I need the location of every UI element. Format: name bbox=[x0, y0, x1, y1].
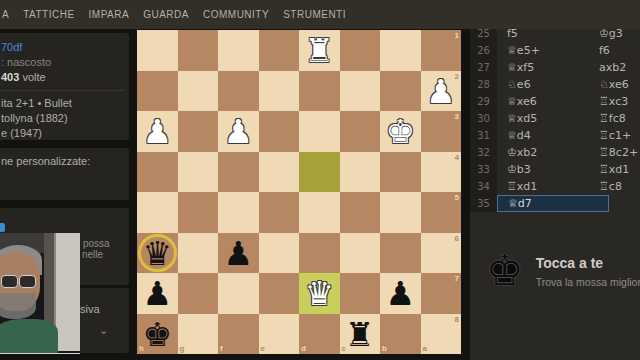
square-e3[interactable] bbox=[259, 111, 300, 152]
square-d5[interactable] bbox=[299, 192, 340, 233]
move-number: 35 bbox=[470, 195, 497, 212]
square-f4[interactable] bbox=[218, 152, 259, 193]
move-black[interactable]: ♔g3 bbox=[597, 29, 640, 42]
webcam-person-shirt bbox=[0, 319, 58, 354]
coord-file-h: h bbox=[139, 344, 144, 353]
black-pawn-icon: ♟ bbox=[137, 273, 178, 314]
white-rook-icon: ♜ bbox=[299, 30, 340, 71]
square-f5[interactable] bbox=[218, 192, 259, 233]
black-rook-icon: ♜ bbox=[340, 314, 381, 355]
coord-rank-7: 7 bbox=[455, 274, 459, 283]
square-a8[interactable]: 8a bbox=[421, 314, 462, 355]
square-f6[interactable]: ♟ bbox=[218, 233, 259, 274]
coord-file-e: e bbox=[261, 344, 265, 353]
plays-suffix: volte bbox=[19, 71, 45, 83]
move-black bbox=[609, 195, 640, 212]
coord-rank-6: 6 bbox=[455, 234, 459, 243]
square-f1[interactable] bbox=[218, 30, 259, 71]
square-c4[interactable] bbox=[340, 152, 381, 193]
square-a1[interactable]: 1 bbox=[421, 30, 462, 71]
coord-file-f: f bbox=[220, 344, 223, 353]
move-black[interactable]: ♖xd1 bbox=[597, 161, 640, 178]
move-black[interactable]: ♘xe6 bbox=[597, 76, 640, 93]
square-f8[interactable]: f bbox=[218, 314, 259, 355]
chevron-down-icon[interactable]: ⌄ bbox=[99, 324, 108, 337]
panel-divider bbox=[1, 90, 124, 91]
player-white[interactable]: tollyna (1882) bbox=[1, 111, 124, 126]
nav-item-a[interactable]: A bbox=[2, 9, 9, 20]
square-c8[interactable]: ♜c bbox=[340, 314, 381, 355]
square-f2[interactable] bbox=[218, 71, 259, 112]
square-c1[interactable] bbox=[340, 30, 381, 71]
custom-settings-panel: ne personalizzate: bbox=[0, 148, 129, 200]
nav-item-guarda[interactable]: GUARDA bbox=[143, 9, 189, 20]
move-row-32: 32♔xb2♖8c2+ bbox=[470, 144, 640, 161]
move-row-29: 29♕xe6♖xc3 bbox=[470, 93, 640, 110]
square-e5[interactable] bbox=[259, 192, 300, 233]
move-number: 28 bbox=[470, 76, 497, 93]
move-black[interactable]: f6 bbox=[597, 42, 640, 59]
square-a6[interactable]: 6 bbox=[421, 233, 462, 274]
coord-rank-8: 8 bbox=[455, 315, 459, 324]
square-b6[interactable] bbox=[380, 233, 421, 274]
square-d1[interactable]: ♜ bbox=[299, 30, 340, 71]
black-queen-icon: ♛ bbox=[137, 233, 178, 274]
square-a5[interactable]: 5 bbox=[421, 192, 462, 233]
square-a2[interactable]: ♟2 bbox=[421, 71, 462, 112]
move-number: 31 bbox=[470, 127, 497, 144]
dropdown-label-fragment: siva bbox=[80, 303, 100, 315]
webcam-person-glasses-right bbox=[19, 275, 36, 288]
square-h6[interactable]: ♛ bbox=[137, 233, 178, 274]
your-turn-title: Tocca a te bbox=[536, 255, 640, 271]
move-row-34: 34♖xd1♖c8 bbox=[470, 178, 640, 195]
square-a4[interactable]: 4 bbox=[421, 152, 462, 193]
flair-icon bbox=[0, 223, 5, 232]
webcam-person-beard bbox=[0, 293, 36, 319]
coord-file-d: d bbox=[301, 344, 306, 353]
your-turn-subtitle: Trova la mossa migliore pe bbox=[536, 276, 640, 288]
hint-circle-icon bbox=[138, 234, 177, 273]
square-g4[interactable] bbox=[178, 152, 219, 193]
square-d2[interactable] bbox=[299, 71, 340, 112]
nav-item-community[interactable]: COMMUNITY bbox=[203, 9, 269, 20]
coord-file-a: a bbox=[423, 344, 427, 353]
move-white[interactable]: ♘e6 bbox=[497, 76, 597, 93]
square-g7[interactable] bbox=[178, 273, 219, 314]
square-f3[interactable]: ♟ bbox=[218, 111, 259, 152]
black-king-icon: ♚ bbox=[486, 247, 524, 295]
square-b2[interactable] bbox=[380, 71, 421, 112]
move-number: 29 bbox=[470, 93, 497, 110]
move-black[interactable]: ♖8c2+ bbox=[597, 144, 640, 161]
square-h1[interactable] bbox=[137, 30, 178, 71]
square-e2[interactable] bbox=[259, 71, 300, 112]
square-g6[interactable] bbox=[178, 233, 219, 274]
black-king-icon: ♚ bbox=[137, 314, 178, 355]
move-row-35: 35♕d7 bbox=[470, 195, 640, 212]
square-d6[interactable] bbox=[299, 233, 340, 274]
square-d4[interactable] bbox=[299, 152, 340, 193]
custom-settings-label: ne personalizzate: bbox=[1, 155, 124, 167]
coord-rank-2: 2 bbox=[455, 72, 459, 81]
text-fragment-2: nelle bbox=[82, 249, 103, 260]
square-b5[interactable] bbox=[380, 192, 421, 233]
top-navbar: ATATTICHEIMPARAGUARDACOMMUNITYSTRUMENTI bbox=[0, 0, 640, 29]
coord-rank-4: 4 bbox=[455, 153, 459, 162]
square-a3[interactable]: 3 bbox=[421, 111, 462, 152]
square-b3[interactable]: ♚ bbox=[380, 111, 421, 152]
move-white[interactable]: ♕d4 bbox=[497, 127, 597, 144]
puzzle-id-link[interactable]: 70df bbox=[1, 41, 22, 53]
square-e1[interactable] bbox=[259, 30, 300, 71]
move-black[interactable]: ♖xc3 bbox=[597, 93, 640, 110]
move-list-panel: 25f5♔g326♕e5+f627♕xf5axb228♘e6♘xe629♕xe6… bbox=[470, 29, 640, 360]
square-g2[interactable] bbox=[178, 71, 219, 112]
square-h3[interactable]: ♟ bbox=[137, 111, 178, 152]
move-white[interactable]: ♕xd5 bbox=[497, 110, 597, 127]
square-c3[interactable] bbox=[340, 111, 381, 152]
move-white[interactable]: ♔xb2 bbox=[497, 144, 597, 161]
move-number: 26 bbox=[470, 42, 497, 59]
square-c5[interactable] bbox=[340, 192, 381, 233]
white-queen-icon: ♛ bbox=[299, 273, 340, 314]
white-king-icon: ♚ bbox=[380, 111, 421, 152]
move-number: 34 bbox=[470, 178, 497, 195]
move-number: 25 bbox=[470, 29, 497, 42]
square-g8[interactable]: g bbox=[178, 314, 219, 355]
move-black[interactable]: ♖fc8 bbox=[597, 110, 640, 127]
puzzle-plays-line: 403 volte bbox=[1, 70, 124, 85]
square-b4[interactable] bbox=[380, 152, 421, 193]
move-white-current[interactable]: ♕d7 bbox=[497, 195, 609, 212]
square-b7[interactable]: ♟ bbox=[380, 273, 421, 314]
nav-item-impara[interactable]: IMPARA bbox=[89, 9, 130, 20]
square-c7[interactable] bbox=[340, 273, 381, 314]
square-h4[interactable] bbox=[137, 152, 178, 193]
square-d7[interactable]: ♛ bbox=[299, 273, 340, 314]
move-row-25: 25f5♔g3 bbox=[470, 29, 640, 42]
square-g5[interactable] bbox=[178, 192, 219, 233]
move-white[interactable]: ♕xe6 bbox=[497, 93, 597, 110]
white-pawn-icon: ♟ bbox=[421, 71, 462, 112]
move-number: 32 bbox=[470, 144, 497, 161]
square-h8[interactable]: ♚h bbox=[137, 314, 178, 355]
player-black[interactable]: e (1947) bbox=[1, 126, 124, 141]
square-c2[interactable] bbox=[340, 71, 381, 112]
move-list: 25f5♔g326♕e5+f627♕xf5axb228♘e6♘xe629♕xe6… bbox=[470, 29, 640, 212]
white-pawn-icon: ♟ bbox=[137, 111, 178, 152]
move-row-28: 28♘e6♘xe6 bbox=[470, 76, 640, 93]
coord-file-b: b bbox=[382, 344, 387, 353]
nav-item-strumenti[interactable]: STRUMENTI bbox=[283, 9, 346, 20]
puzzle-rating-line: : nascosto bbox=[1, 55, 124, 70]
move-row-33: 33♔b3♖xd1 bbox=[470, 161, 640, 178]
square-e4[interactable] bbox=[259, 152, 300, 193]
square-a7[interactable]: 7 bbox=[421, 273, 462, 314]
coord-rank-5: 5 bbox=[455, 193, 459, 202]
nav-item-tattiche[interactable]: TATTICHE bbox=[23, 9, 74, 20]
square-d3[interactable] bbox=[299, 111, 340, 152]
square-b1[interactable] bbox=[380, 30, 421, 71]
move-black[interactable]: ♖c8 bbox=[597, 178, 640, 195]
move-number: 33 bbox=[470, 161, 497, 178]
square-h5[interactable] bbox=[137, 192, 178, 233]
square-d8[interactable]: d bbox=[299, 314, 340, 355]
square-g1[interactable] bbox=[178, 30, 219, 71]
move-number: 30 bbox=[470, 110, 497, 127]
coord-file-g: g bbox=[180, 344, 185, 353]
move-row-30: 30♕xd5♖fc8 bbox=[470, 110, 640, 127]
white-pawn-icon: ♟ bbox=[218, 111, 259, 152]
move-white[interactable]: ♖xd1 bbox=[497, 178, 597, 195]
chess-board: ♜1♟2♟♟♚345♛♟6♟♛♟7♚hgfed♜cb8a bbox=[137, 30, 461, 354]
your-turn-block: ♚ Tocca a te Trova la mossa migliore pe bbox=[486, 247, 640, 295]
move-row-26: 26♕e5+f6 bbox=[470, 42, 640, 59]
move-row-27: 27♕xf5axb2 bbox=[470, 59, 640, 76]
square-e8[interactable]: e bbox=[259, 314, 300, 355]
move-black[interactable]: axb2 bbox=[597, 59, 640, 76]
plays-count: 403 bbox=[1, 71, 19, 83]
move-white[interactable]: ♕e5+ bbox=[497, 42, 597, 59]
square-c6[interactable] bbox=[340, 233, 381, 274]
square-h7[interactable]: ♟ bbox=[137, 273, 178, 314]
square-g3[interactable] bbox=[178, 111, 219, 152]
move-white[interactable]: ♔b3 bbox=[497, 161, 597, 178]
move-white[interactable]: f5 bbox=[497, 29, 597, 42]
move-row-31: 31♕d4♖c1+ bbox=[470, 127, 640, 144]
square-b8[interactable]: b bbox=[380, 314, 421, 355]
square-f7[interactable] bbox=[218, 273, 259, 314]
move-black[interactable]: ♖c1+ bbox=[597, 127, 640, 144]
square-e6[interactable] bbox=[259, 233, 300, 274]
game-type-line: ita 2+1 • Bullet bbox=[1, 96, 124, 111]
coord-file-c: c bbox=[342, 344, 346, 353]
move-white[interactable]: ♕xf5 bbox=[497, 59, 597, 76]
puzzle-info-panel: 70df : nascosto 403 volte ita 2+1 • Bull… bbox=[0, 33, 129, 140]
coord-rank-3: 3 bbox=[455, 112, 459, 121]
move-number: 27 bbox=[470, 59, 497, 76]
black-pawn-icon: ♟ bbox=[218, 233, 259, 274]
square-e7[interactable] bbox=[259, 273, 300, 314]
webcam-person-glasses-left bbox=[1, 275, 18, 288]
coord-rank-1: 1 bbox=[455, 31, 459, 40]
black-pawn-icon: ♟ bbox=[380, 273, 421, 314]
square-h2[interactable] bbox=[137, 71, 178, 112]
text-fragment-1: possa bbox=[83, 238, 110, 249]
webcam-video bbox=[0, 233, 80, 354]
